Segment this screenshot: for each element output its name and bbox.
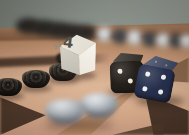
backgammon-photo: 32 4 [0,0,189,135]
black-checker-2 [22,70,50,89]
background-checker-silver [127,30,142,45]
background-checker-silver [180,34,189,48]
navy-die [132,51,182,106]
background-checker-silver [97,27,112,42]
die-pip [161,74,167,80]
background-checker-dark [112,29,128,44]
die-pip [142,86,148,92]
black-checker-1 [0,78,22,97]
die-front-face [133,63,176,103]
checker-face [22,70,50,84]
die-pip [158,89,164,95]
silver-checker-right [80,93,118,120]
checker-face [80,93,118,113]
doubling-cube: 32 4 [58,33,96,75]
die-pip [128,78,133,83]
silver-checker-left [45,99,85,126]
checker-face [45,99,85,119]
die-pip [145,71,151,77]
die-pip [118,69,123,74]
